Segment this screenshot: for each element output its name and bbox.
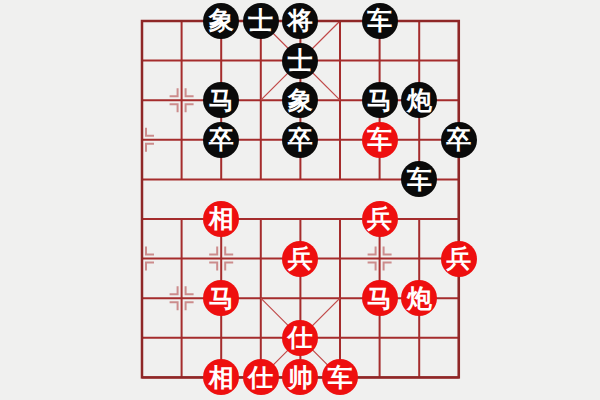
- piece-red-general[interactable]: 帅: [282, 359, 318, 395]
- piece-black-elephant[interactable]: 象: [203, 3, 239, 39]
- piece-red-advisor[interactable]: 仕: [282, 320, 318, 356]
- piece-black-soldier[interactable]: 卒: [203, 122, 239, 158]
- piece-black-chariot[interactable]: 车: [401, 161, 437, 197]
- piece-black-elephant[interactable]: 象: [282, 82, 318, 118]
- piece-red-elephant[interactable]: 相: [203, 201, 239, 237]
- piece-black-chariot[interactable]: 车: [362, 3, 398, 39]
- piece-red-cannon[interactable]: 炮: [401, 280, 437, 316]
- piece-black-horse[interactable]: 马: [362, 82, 398, 118]
- page-background: 象士将车士马象马炮卒卒车卒车相兵兵兵马马炮仕相仕帅车: [0, 0, 600, 400]
- piece-red-soldier[interactable]: 兵: [282, 241, 318, 277]
- piece-red-soldier[interactable]: 兵: [441, 241, 477, 277]
- piece-black-horse[interactable]: 马: [203, 82, 239, 118]
- piece-red-soldier[interactable]: 兵: [362, 201, 398, 237]
- piece-red-advisor[interactable]: 仕: [243, 359, 279, 395]
- piece-red-chariot[interactable]: 车: [362, 122, 398, 158]
- piece-red-horse[interactable]: 马: [362, 280, 398, 316]
- piece-red-elephant[interactable]: 相: [203, 359, 239, 395]
- pieces-grid: 象士将车士马象马炮卒卒车卒车相兵兵兵马马炮仕相仕帅车: [122, 1, 478, 397]
- piece-red-chariot[interactable]: 车: [322, 359, 358, 395]
- piece-red-horse[interactable]: 马: [203, 280, 239, 316]
- piece-black-cannon[interactable]: 炮: [401, 82, 437, 118]
- piece-black-advisor[interactable]: 士: [243, 3, 279, 39]
- xiangqi-board: 象士将车士马象马炮卒卒车卒车相兵兵兵马马炮仕相仕帅车: [0, 0, 600, 400]
- piece-black-advisor[interactable]: 士: [282, 43, 318, 79]
- piece-black-soldier[interactable]: 卒: [282, 122, 318, 158]
- piece-black-soldier[interactable]: 卒: [441, 122, 477, 158]
- piece-black-general[interactable]: 将: [282, 3, 318, 39]
